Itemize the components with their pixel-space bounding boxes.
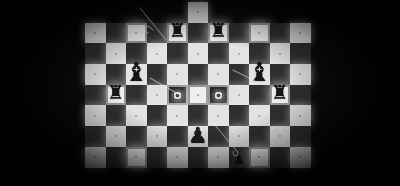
square-r5c9[interactable] (270, 105, 291, 126)
square-r6c7[interactable] (229, 126, 250, 147)
square-r1c3[interactable] (147, 23, 168, 44)
square-r3c2[interactable]: ♝ (126, 64, 147, 85)
target-marker (214, 91, 223, 100)
square-r7c4[interactable] (167, 147, 188, 168)
square-r5c3[interactable] (147, 105, 168, 126)
square-r1c7[interactable] (229, 23, 250, 44)
square-r1c6[interactable]: ♜ (208, 23, 229, 44)
square-r7c7[interactable]: ♟ (229, 147, 250, 168)
square-r3c6[interactable] (208, 64, 229, 85)
square-r2c5[interactable] (188, 43, 209, 64)
square-r1c0[interactable] (85, 23, 106, 44)
square-r1c4[interactable]: ♜ (167, 23, 188, 44)
square-r6c1[interactable] (106, 126, 127, 147)
square-r3c0[interactable] (85, 64, 106, 85)
square-r2c4[interactable] (167, 43, 188, 64)
square-r0c2 (126, 2, 147, 23)
square-r3c3[interactable] (147, 64, 168, 85)
square-r6c10[interactable] (290, 126, 311, 147)
square-r7c10[interactable] (290, 147, 311, 168)
square-r6c5[interactable]: ♟ (188, 126, 209, 147)
square-r4c5[interactable] (188, 85, 209, 106)
square-r5c6[interactable] (208, 105, 229, 126)
square-r4c0[interactable] (85, 85, 106, 106)
square-r0c10 (290, 2, 311, 23)
black-rook-piece[interactable]: ♜ (169, 21, 186, 40)
square-r2c9[interactable] (270, 43, 291, 64)
square-r0c0 (85, 2, 106, 23)
black-pawn-piece[interactable]: ♟ (232, 152, 245, 166)
square-r6c8[interactable] (249, 126, 270, 147)
black-bishop-piece[interactable]: ♝ (248, 59, 271, 85)
square-r6c9[interactable] (270, 126, 291, 147)
square-r7c8[interactable] (249, 147, 270, 168)
square-r7c5[interactable] (188, 147, 209, 168)
square-r3c8[interactable]: ♝ (249, 64, 270, 85)
square-r3c5[interactable] (188, 64, 209, 85)
square-r6c2[interactable] (126, 126, 147, 147)
square-r5c1[interactable] (106, 105, 127, 126)
square-r7c2[interactable] (126, 147, 147, 168)
square-r5c0[interactable] (85, 105, 106, 126)
square-r1c5[interactable] (188, 23, 209, 44)
square-r5c2[interactable] (126, 105, 147, 126)
black-head-piece[interactable]: ♟ (188, 125, 208, 147)
square-r6c4[interactable] (167, 126, 188, 147)
square-r1c1[interactable] (106, 23, 127, 44)
square-r0c5[interactable] (188, 2, 209, 23)
square-r7c6[interactable] (208, 147, 229, 168)
square-r3c10[interactable] (290, 64, 311, 85)
square-r2c1[interactable] (106, 43, 127, 64)
square-r1c8[interactable] (249, 23, 270, 44)
square-r6c0[interactable] (85, 126, 106, 147)
black-rook-piece[interactable]: ♜ (107, 83, 124, 102)
square-r4c6[interactable] (208, 85, 229, 106)
square-r2c6[interactable] (208, 43, 229, 64)
square-r7c0[interactable] (85, 147, 106, 168)
square-r1c10[interactable] (290, 23, 311, 44)
square-r4c10[interactable] (290, 85, 311, 106)
square-r1c9[interactable] (270, 23, 291, 44)
square-r5c8[interactable] (249, 105, 270, 126)
square-r0c9 (270, 2, 291, 23)
square-r5c4[interactable] (167, 105, 188, 126)
black-bishop-piece[interactable]: ♝ (125, 59, 148, 85)
square-r4c1[interactable]: ♜ (106, 85, 127, 106)
square-r4c2[interactable] (126, 85, 147, 106)
game-scene: ♜♜♝♝♜♜♟♟ (0, 0, 400, 186)
chess-board: ♜♜♝♝♜♜♟♟ (85, 2, 311, 168)
square-r2c0[interactable] (85, 43, 106, 64)
square-r2c3[interactable] (147, 43, 168, 64)
square-r4c9[interactable]: ♜ (270, 85, 291, 106)
black-rook-piece[interactable]: ♜ (210, 21, 227, 40)
square-r3c7[interactable] (229, 64, 250, 85)
square-r7c1[interactable] (106, 147, 127, 168)
square-r6c6[interactable] (208, 126, 229, 147)
target-marker (173, 91, 182, 100)
square-r4c8[interactable] (249, 85, 270, 106)
square-r4c4[interactable] (167, 85, 188, 106)
square-r7c3[interactable] (147, 147, 168, 168)
square-r7c9[interactable] (270, 147, 291, 168)
square-r0c8 (249, 2, 270, 23)
square-r4c3[interactable] (147, 85, 168, 106)
square-r5c10[interactable] (290, 105, 311, 126)
square-r3c4[interactable] (167, 64, 188, 85)
square-r1c2[interactable] (126, 23, 147, 44)
square-r4c7[interactable] (229, 85, 250, 106)
square-r0c3 (147, 2, 168, 23)
square-r2c10[interactable] (290, 43, 311, 64)
square-r0c7 (229, 2, 250, 23)
square-r6c3[interactable] (147, 126, 168, 147)
square-r0c1 (106, 2, 127, 23)
square-r5c7[interactable] (229, 105, 250, 126)
square-r2c7[interactable] (229, 43, 250, 64)
black-rook-piece[interactable]: ♜ (271, 83, 288, 102)
